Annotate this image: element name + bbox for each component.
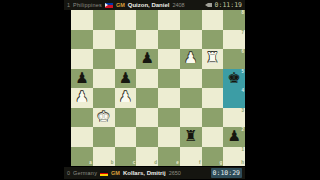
- square-e1[interactable]: e: [158, 147, 180, 167]
- square-b4[interactable]: [93, 88, 115, 108]
- top-player-bar: 1 Philippines GM Quizon, Daniel 2408 0:1…: [64, 0, 245, 10]
- square-d7[interactable]: [136, 30, 158, 50]
- square-h2[interactable]: ♟2: [223, 127, 245, 147]
- square-g4[interactable]: [202, 88, 224, 108]
- square-g5[interactable]: [202, 69, 224, 89]
- bottom-player-rating: 2650: [169, 170, 181, 176]
- rank-label-2: 2: [241, 128, 244, 133]
- square-d6[interactable]: ♟: [136, 49, 158, 69]
- rank-label-8: 8: [241, 11, 244, 16]
- file-label-b: b: [111, 161, 114, 166]
- bottom-player-bar: 0 Germany GM Kollars, Dmitrij 2650 0:10:…: [64, 167, 245, 179]
- square-g3[interactable]: [202, 108, 224, 128]
- square-b3[interactable]: ♚: [93, 108, 115, 128]
- bottom-player-clock: 0:10:29: [211, 168, 242, 178]
- square-e2[interactable]: [158, 127, 180, 147]
- rank-label-1: 1: [241, 148, 244, 153]
- black-pawn-piece: ♟: [119, 70, 132, 85]
- white-pawn-piece: ♟: [184, 51, 197, 66]
- square-c3[interactable]: [115, 108, 137, 128]
- square-a5[interactable]: ♟: [71, 69, 93, 89]
- rank-label-4: 4: [241, 89, 244, 94]
- bottom-player-name: Kollars, Dmitrij: [123, 170, 166, 176]
- square-d3[interactable]: [136, 108, 158, 128]
- square-e3[interactable]: [158, 108, 180, 128]
- file-label-d: d: [154, 161, 157, 166]
- square-e6[interactable]: [158, 49, 180, 69]
- square-h1[interactable]: 1h: [223, 147, 245, 167]
- white-pawn-piece: ♟: [119, 90, 132, 105]
- square-a6[interactable]: [71, 49, 93, 69]
- square-g7[interactable]: [202, 30, 224, 50]
- square-h4[interactable]: 4: [223, 88, 245, 108]
- white-rook-piece: ♜: [206, 51, 219, 66]
- square-e5[interactable]: [158, 69, 180, 89]
- square-f7[interactable]: [180, 30, 202, 50]
- rank-label-7: 7: [241, 31, 244, 36]
- square-d4[interactable]: [136, 88, 158, 108]
- square-f5[interactable]: [180, 69, 202, 89]
- square-g6[interactable]: ♜: [202, 49, 224, 69]
- square-g2[interactable]: [202, 127, 224, 147]
- top-player-country: Philippines: [73, 2, 102, 8]
- white-pawn-piece: ♟: [75, 90, 88, 105]
- square-f6[interactable]: ♟: [180, 49, 202, 69]
- rank-label-6: 6: [241, 50, 244, 55]
- black-pawn-piece: ♟: [75, 70, 88, 85]
- square-h7[interactable]: 7: [223, 30, 245, 50]
- square-a3[interactable]: [71, 108, 93, 128]
- square-f8[interactable]: [180, 10, 202, 30]
- top-player-title: GM: [116, 2, 125, 8]
- square-e8[interactable]: [158, 10, 180, 30]
- germany-flag-icon: [100, 171, 108, 176]
- black-king-piece: ♚: [227, 70, 240, 85]
- square-d5[interactable]: [136, 69, 158, 89]
- square-f2[interactable]: ♜: [180, 127, 202, 147]
- file-label-g: g: [220, 161, 223, 166]
- square-f3[interactable]: [180, 108, 202, 128]
- camera-icon: [205, 3, 212, 8]
- top-player-rating: 2408: [172, 2, 184, 8]
- square-g8[interactable]: [202, 10, 224, 30]
- white-king-piece: ♚: [97, 109, 110, 124]
- square-b2[interactable]: [93, 127, 115, 147]
- square-a2[interactable]: [71, 127, 93, 147]
- top-player-name: Quizon, Daniel: [128, 2, 170, 8]
- square-b6[interactable]: [93, 49, 115, 69]
- square-a1[interactable]: a: [71, 147, 93, 167]
- square-f4[interactable]: [180, 88, 202, 108]
- chess-board: 87♟♟♜6♟♟♚5♟♟4♚3♜♟2abcdefg1h: [71, 10, 245, 166]
- square-d8[interactable]: [136, 10, 158, 30]
- square-e4[interactable]: [158, 88, 180, 108]
- bottom-player-title: GM: [111, 170, 120, 176]
- board-column: 1 Philippines GM Quizon, Daniel 2408 0:1…: [64, 0, 245, 180]
- square-h3[interactable]: 3: [223, 108, 245, 128]
- philippines-flag-icon: [105, 3, 113, 8]
- black-pawn-piece: ♟: [227, 129, 240, 144]
- square-f1[interactable]: f: [180, 147, 202, 167]
- black-pawn-piece: ♟: [140, 51, 153, 66]
- square-g1[interactable]: g: [202, 147, 224, 167]
- rank-label-5: 5: [241, 70, 244, 75]
- top-player-score: 1: [67, 2, 70, 8]
- square-h5[interactable]: ♚5: [223, 69, 245, 89]
- square-d1[interactable]: d: [136, 147, 158, 167]
- file-label-f: f: [199, 161, 201, 166]
- broadcast-frame: 1 Philippines GM Quizon, Daniel 2408 0:1…: [0, 0, 320, 180]
- square-b8[interactable]: [93, 10, 115, 30]
- square-c6[interactable]: [115, 49, 137, 69]
- file-label-c: c: [133, 161, 136, 166]
- square-a8[interactable]: [71, 10, 93, 30]
- square-a4[interactable]: ♟: [71, 88, 93, 108]
- square-a7[interactable]: [71, 30, 93, 50]
- square-e7[interactable]: [158, 30, 180, 50]
- file-label-h: h: [241, 161, 244, 166]
- square-c1[interactable]: c: [115, 147, 137, 167]
- bottom-player-country: Germany: [73, 170, 97, 176]
- square-c8[interactable]: [115, 10, 137, 30]
- top-player-clock: 0:11:19: [215, 1, 242, 9]
- black-rook-piece: ♜: [184, 129, 197, 144]
- square-d2[interactable]: [136, 127, 158, 147]
- square-c7[interactable]: [115, 30, 137, 50]
- bottom-player-score: 0: [67, 170, 70, 176]
- square-b5[interactable]: [93, 69, 115, 89]
- square-b7[interactable]: [93, 30, 115, 50]
- square-b1[interactable]: b: [93, 147, 115, 167]
- file-label-e: e: [176, 161, 179, 166]
- square-c2[interactable]: [115, 127, 137, 147]
- square-c5[interactable]: ♟: [115, 69, 137, 89]
- square-c4[interactable]: ♟: [115, 88, 137, 108]
- square-h6[interactable]: 6: [223, 49, 245, 69]
- rank-label-3: 3: [241, 109, 244, 114]
- file-label-a: a: [89, 161, 92, 166]
- square-h8[interactable]: 8: [223, 10, 245, 30]
